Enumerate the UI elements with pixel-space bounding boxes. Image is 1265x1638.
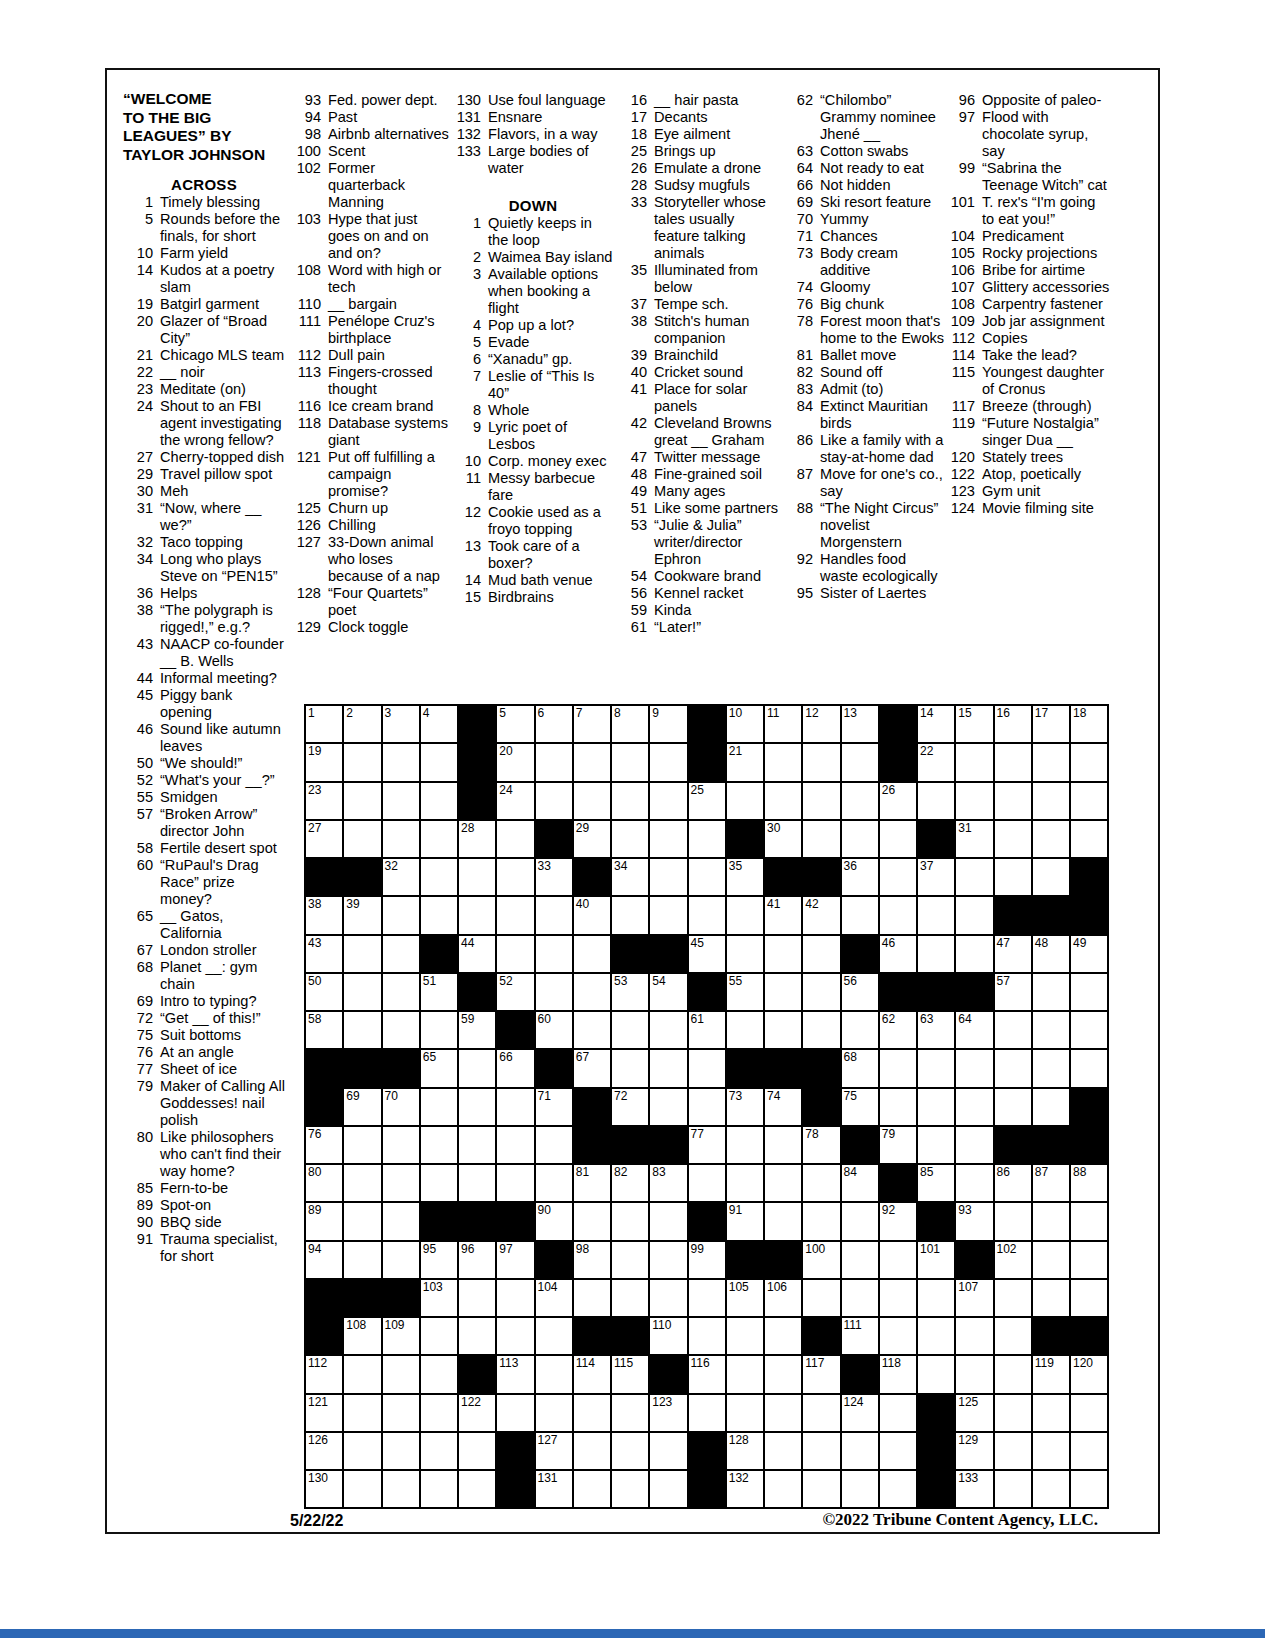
cell-r6c2[interactable]: 39 (343, 896, 381, 934)
cell-r7c18[interactable] (955, 935, 993, 973)
cell-r13c5[interactable] (458, 1164, 496, 1202)
cell-r15c1[interactable]: 94 (305, 1241, 343, 1279)
cell-r21c1[interactable]: 130 (305, 1470, 343, 1508)
cell-r5c10[interactable] (649, 858, 687, 896)
cell-r12c18[interactable] (955, 1126, 993, 1164)
cell-r17c6[interactable] (496, 1317, 534, 1355)
cell-r5c4[interactable] (420, 858, 458, 896)
cell-r19c16[interactable] (879, 1394, 917, 1432)
cell-r9c8[interactable] (573, 1011, 611, 1049)
cell-r4c3[interactable] (382, 820, 420, 858)
cell-r15c15[interactable] (841, 1241, 879, 1279)
cell-r15c14[interactable]: 100 (802, 1241, 840, 1279)
cell-r13c14[interactable] (802, 1164, 840, 1202)
cell-r12c12[interactable] (726, 1126, 764, 1164)
cell-r5c12[interactable]: 35 (726, 858, 764, 896)
cell-r19c5[interactable]: 122 (458, 1394, 496, 1432)
cell-r11c7[interactable]: 71 (535, 1088, 573, 1126)
cell-r5c20[interactable] (1032, 858, 1070, 896)
cell-r11c13[interactable]: 74 (764, 1088, 802, 1126)
cell-r13c8[interactable]: 81 (573, 1164, 611, 1202)
cell-r13c11[interactable] (688, 1164, 726, 1202)
cell-r15c3[interactable] (382, 1241, 420, 1279)
cell-r14c9[interactable] (611, 1202, 649, 1240)
cell-r9c1[interactable]: 58 (305, 1011, 343, 1049)
cell-r10c18[interactable] (955, 1049, 993, 1087)
cell-r17c12[interactable] (726, 1317, 764, 1355)
cell-r17c2[interactable]: 108 (343, 1317, 381, 1355)
cell-r2c1[interactable]: 19 (305, 743, 343, 781)
cell-r5c16[interactable] (879, 858, 917, 896)
cell-r5c6[interactable] (496, 858, 534, 896)
cell-r12c1[interactable]: 76 (305, 1126, 343, 1164)
cell-r21c3[interactable] (382, 1470, 420, 1508)
cell-r7c16[interactable]: 46 (879, 935, 917, 973)
cell-r20c10[interactable] (649, 1432, 687, 1470)
cell-r19c2[interactable] (343, 1394, 381, 1432)
cell-r2c14[interactable] (802, 743, 840, 781)
cell-r10c19[interactable] (994, 1049, 1032, 1087)
cell-r21c4[interactable] (420, 1470, 458, 1508)
cell-r2c19[interactable] (994, 743, 1032, 781)
cell-r15c16[interactable] (879, 1241, 917, 1279)
cell-r7c2[interactable] (343, 935, 381, 973)
cell-r19c18[interactable]: 125 (955, 1394, 993, 1432)
cell-r3c15[interactable] (841, 782, 879, 820)
cell-r8c21[interactable] (1070, 973, 1108, 1011)
cell-r20c3[interactable] (382, 1432, 420, 1470)
cell-r9c14[interactable] (802, 1011, 840, 1049)
cell-r16c13[interactable]: 106 (764, 1279, 802, 1317)
cell-r16c9[interactable] (611, 1279, 649, 1317)
cell-r8c10[interactable]: 54 (649, 973, 687, 1011)
cell-r5c9[interactable]: 34 (611, 858, 649, 896)
cell-r5c7[interactable]: 33 (535, 858, 573, 896)
cell-r14c19[interactable] (994, 1202, 1032, 1240)
cell-r17c19[interactable] (994, 1317, 1032, 1355)
cell-r13c4[interactable] (420, 1164, 458, 1202)
cell-r21c13[interactable] (764, 1470, 802, 1508)
cell-r2c15[interactable] (841, 743, 879, 781)
cell-r11c16[interactable] (879, 1088, 917, 1126)
cell-r8c20[interactable] (1032, 973, 1070, 1011)
cell-r1c4[interactable]: 4 (420, 705, 458, 743)
cell-r4c2[interactable] (343, 820, 381, 858)
cell-r3c20[interactable] (1032, 782, 1070, 820)
cell-r2c18[interactable] (955, 743, 993, 781)
cell-r19c11[interactable] (688, 1394, 726, 1432)
cell-r3c12[interactable] (726, 782, 764, 820)
cell-r4c9[interactable] (611, 820, 649, 858)
cell-r3c3[interactable] (382, 782, 420, 820)
cell-r9c16[interactable]: 62 (879, 1011, 917, 1049)
cell-r9c21[interactable] (1070, 1011, 1108, 1049)
cell-r20c1[interactable]: 126 (305, 1432, 343, 1470)
cell-r6c14[interactable]: 42 (802, 896, 840, 934)
cell-r6c18[interactable] (955, 896, 993, 934)
cell-r21c12[interactable]: 132 (726, 1470, 764, 1508)
cell-r15c20[interactable] (1032, 1241, 1070, 1279)
cell-r6c15[interactable] (841, 896, 879, 934)
cell-r1c3[interactable]: 3 (382, 705, 420, 743)
cell-r18c20[interactable]: 119 (1032, 1355, 1070, 1393)
cell-r13c13[interactable] (764, 1164, 802, 1202)
cell-r16c10[interactable] (649, 1279, 687, 1317)
cell-r1c1[interactable]: 1 (305, 705, 343, 743)
cell-r11c6[interactable] (496, 1088, 534, 1126)
cell-r14c16[interactable]: 92 (879, 1202, 917, 1240)
cell-r6c16[interactable] (879, 896, 917, 934)
cell-r18c9[interactable]: 115 (611, 1355, 649, 1393)
cell-r3c16[interactable]: 26 (879, 782, 917, 820)
cell-r6c3[interactable] (382, 896, 420, 934)
cell-r15c6[interactable]: 97 (496, 1241, 534, 1279)
cell-r11c15[interactable]: 75 (841, 1088, 879, 1126)
cell-r9c3[interactable] (382, 1011, 420, 1049)
cell-r3c19[interactable] (994, 782, 1032, 820)
cell-r1c18[interactable]: 15 (955, 705, 993, 743)
cell-r16c18[interactable]: 107 (955, 1279, 993, 1317)
cell-r16c19[interactable] (994, 1279, 1032, 1317)
cell-r7c5[interactable]: 44 (458, 935, 496, 973)
cell-r13c6[interactable] (496, 1164, 534, 1202)
cell-r1c2[interactable]: 2 (343, 705, 381, 743)
cell-r12c7[interactable] (535, 1126, 573, 1164)
cell-r6c17[interactable] (917, 896, 955, 934)
cell-r5c18[interactable] (955, 858, 993, 896)
cell-r18c11[interactable]: 116 (688, 1355, 726, 1393)
cell-r17c3[interactable]: 109 (382, 1317, 420, 1355)
cell-r21c14[interactable] (802, 1470, 840, 1508)
cell-r8c9[interactable]: 53 (611, 973, 649, 1011)
cell-r17c7[interactable] (535, 1317, 573, 1355)
cell-r8c12[interactable]: 55 (726, 973, 764, 1011)
cell-r13c19[interactable]: 86 (994, 1164, 1032, 1202)
cell-r2c12[interactable]: 21 (726, 743, 764, 781)
cell-r21c7[interactable]: 131 (535, 1470, 573, 1508)
cell-r9c20[interactable] (1032, 1011, 1070, 1049)
cell-r16c11[interactable] (688, 1279, 726, 1317)
cell-r19c12[interactable] (726, 1394, 764, 1432)
cell-r2c8[interactable] (573, 743, 611, 781)
cell-r3c11[interactable]: 25 (688, 782, 726, 820)
cell-r4c20[interactable] (1032, 820, 1070, 858)
cell-r6c4[interactable] (420, 896, 458, 934)
cell-r16c7[interactable]: 104 (535, 1279, 573, 1317)
cell-r20c8[interactable] (573, 1432, 611, 1470)
cell-r1c7[interactable]: 6 (535, 705, 573, 743)
cell-r7c8[interactable] (573, 935, 611, 973)
cell-r20c4[interactable] (420, 1432, 458, 1470)
cell-r13c9[interactable]: 82 (611, 1164, 649, 1202)
cell-r21c18[interactable]: 133 (955, 1470, 993, 1508)
cell-r13c7[interactable] (535, 1164, 573, 1202)
cell-r5c11[interactable] (688, 858, 726, 896)
cell-r6c9[interactable] (611, 896, 649, 934)
cell-r4c6[interactable] (496, 820, 534, 858)
cell-r10c8[interactable]: 67 (573, 1049, 611, 1087)
cell-r9c18[interactable]: 64 (955, 1011, 993, 1049)
cell-r12c3[interactable] (382, 1126, 420, 1164)
cell-r3c17[interactable] (917, 782, 955, 820)
cell-r8c15[interactable]: 56 (841, 973, 879, 1011)
cell-r5c5[interactable] (458, 858, 496, 896)
cell-r13c3[interactable] (382, 1164, 420, 1202)
cell-r17c10[interactable]: 110 (649, 1317, 687, 1355)
cell-r14c2[interactable] (343, 1202, 381, 1240)
cell-r14c15[interactable] (841, 1202, 879, 1240)
cell-r18c18[interactable] (955, 1355, 993, 1393)
cell-r18c3[interactable] (382, 1355, 420, 1393)
cell-r17c17[interactable] (917, 1317, 955, 1355)
cell-r16c16[interactable] (879, 1279, 917, 1317)
cell-r19c4[interactable] (420, 1394, 458, 1432)
cell-r9c13[interactable] (764, 1011, 802, 1049)
cell-r9c7[interactable]: 60 (535, 1011, 573, 1049)
cell-r4c18[interactable]: 31 (955, 820, 993, 858)
cell-r19c14[interactable] (802, 1394, 840, 1432)
cell-r2c3[interactable] (382, 743, 420, 781)
cell-r16c5[interactable] (458, 1279, 496, 1317)
cell-r13c10[interactable]: 83 (649, 1164, 687, 1202)
cell-r19c15[interactable]: 124 (841, 1394, 879, 1432)
cell-r4c10[interactable] (649, 820, 687, 858)
cell-r12c14[interactable]: 78 (802, 1126, 840, 1164)
cell-r10c17[interactable] (917, 1049, 955, 1087)
cell-r14c1[interactable]: 89 (305, 1202, 343, 1240)
cell-r2c10[interactable] (649, 743, 687, 781)
cell-r11c2[interactable]: 69 (343, 1088, 381, 1126)
cell-r6c8[interactable]: 40 (573, 896, 611, 934)
cell-r8c8[interactable] (573, 973, 611, 1011)
cell-r12c17[interactable] (917, 1126, 955, 1164)
cell-r18c7[interactable] (535, 1355, 573, 1393)
cell-r1c21[interactable]: 18 (1070, 705, 1108, 743)
cell-r8c7[interactable] (535, 973, 573, 1011)
cell-r19c9[interactable] (611, 1394, 649, 1432)
cell-r17c4[interactable] (420, 1317, 458, 1355)
cell-r14c14[interactable] (802, 1202, 840, 1240)
cell-r13c2[interactable] (343, 1164, 381, 1202)
cell-r17c15[interactable]: 111 (841, 1317, 879, 1355)
cell-r16c6[interactable] (496, 1279, 534, 1317)
cell-r16c8[interactable] (573, 1279, 611, 1317)
cell-r15c10[interactable] (649, 1241, 687, 1279)
cell-r12c13[interactable] (764, 1126, 802, 1164)
cell-r20c21[interactable] (1070, 1432, 1108, 1470)
cell-r10c9[interactable] (611, 1049, 649, 1087)
cell-r13c15[interactable]: 84 (841, 1164, 879, 1202)
cell-r6c7[interactable] (535, 896, 573, 934)
cell-r10c5[interactable] (458, 1049, 496, 1087)
cell-r4c14[interactable] (802, 820, 840, 858)
cell-r9c2[interactable] (343, 1011, 381, 1049)
cell-r21c9[interactable] (611, 1470, 649, 1508)
cell-r1c9[interactable]: 8 (611, 705, 649, 743)
cell-r3c14[interactable] (802, 782, 840, 820)
cell-r9c10[interactable] (649, 1011, 687, 1049)
cell-r20c16[interactable] (879, 1432, 917, 1470)
cell-r19c21[interactable] (1070, 1394, 1108, 1432)
cell-r15c9[interactable] (611, 1241, 649, 1279)
cell-r10c15[interactable]: 68 (841, 1049, 879, 1087)
cell-r5c15[interactable]: 36 (841, 858, 879, 896)
cell-r1c17[interactable]: 14 (917, 705, 955, 743)
cell-r19c6[interactable] (496, 1394, 534, 1432)
cell-r4c8[interactable]: 29 (573, 820, 611, 858)
cell-r5c3[interactable]: 32 (382, 858, 420, 896)
cell-r11c9[interactable]: 72 (611, 1088, 649, 1126)
cell-r10c21[interactable] (1070, 1049, 1108, 1087)
cell-r8c2[interactable] (343, 973, 381, 1011)
cell-r4c16[interactable] (879, 820, 917, 858)
cell-r19c8[interactable] (573, 1394, 611, 1432)
cell-r4c15[interactable] (841, 820, 879, 858)
cell-r4c5[interactable]: 28 (458, 820, 496, 858)
cell-r18c2[interactable] (343, 1355, 381, 1393)
cell-r18c13[interactable] (764, 1355, 802, 1393)
cell-r9c17[interactable]: 63 (917, 1011, 955, 1049)
cell-r3c21[interactable] (1070, 782, 1108, 820)
cell-r13c20[interactable]: 87 (1032, 1164, 1070, 1202)
cell-r9c19[interactable] (994, 1011, 1032, 1049)
cell-r2c21[interactable] (1070, 743, 1108, 781)
cell-r10c16[interactable] (879, 1049, 917, 1087)
cell-r4c19[interactable] (994, 820, 1032, 858)
cell-r4c13[interactable]: 30 (764, 820, 802, 858)
cell-r3c13[interactable] (764, 782, 802, 820)
cell-r12c16[interactable]: 79 (879, 1126, 917, 1164)
cell-r15c4[interactable]: 95 (420, 1241, 458, 1279)
cell-r21c16[interactable] (879, 1470, 917, 1508)
cell-r14c12[interactable]: 91 (726, 1202, 764, 1240)
cell-r13c18[interactable] (955, 1164, 993, 1202)
cell-r20c12[interactable]: 128 (726, 1432, 764, 1470)
cell-r4c4[interactable] (420, 820, 458, 858)
cell-r6c12[interactable] (726, 896, 764, 934)
cell-r10c6[interactable]: 66 (496, 1049, 534, 1087)
cell-r18c17[interactable] (917, 1355, 955, 1393)
cell-r14c18[interactable]: 93 (955, 1202, 993, 1240)
cell-r12c4[interactable] (420, 1126, 458, 1164)
cell-r20c19[interactable] (994, 1432, 1032, 1470)
cell-r18c6[interactable]: 113 (496, 1355, 534, 1393)
cell-r8c1[interactable]: 50 (305, 973, 343, 1011)
cell-r21c10[interactable] (649, 1470, 687, 1508)
cell-r9c4[interactable] (420, 1011, 458, 1049)
cell-r18c4[interactable] (420, 1355, 458, 1393)
cell-r7c6[interactable] (496, 935, 534, 973)
cell-r19c20[interactable] (1032, 1394, 1070, 1432)
cell-r11c17[interactable] (917, 1088, 955, 1126)
cell-r16c12[interactable]: 105 (726, 1279, 764, 1317)
cell-r13c17[interactable]: 85 (917, 1164, 955, 1202)
cell-r1c19[interactable]: 16 (994, 705, 1032, 743)
cell-r5c19[interactable] (994, 858, 1032, 896)
cell-r18c12[interactable] (726, 1355, 764, 1393)
cell-r11c3[interactable]: 70 (382, 1088, 420, 1126)
cell-r7c3[interactable] (382, 935, 420, 973)
cell-r17c18[interactable] (955, 1317, 993, 1355)
cell-r15c17[interactable]: 101 (917, 1241, 955, 1279)
cell-r18c19[interactable] (994, 1355, 1032, 1393)
cell-r19c19[interactable] (994, 1394, 1032, 1432)
cell-r2c7[interactable] (535, 743, 573, 781)
cell-r15c8[interactable]: 98 (573, 1241, 611, 1279)
cell-r7c11[interactable]: 45 (688, 935, 726, 973)
cell-r21c15[interactable] (841, 1470, 879, 1508)
cell-r20c5[interactable] (458, 1432, 496, 1470)
cell-r8c3[interactable] (382, 973, 420, 1011)
cell-r7c12[interactable] (726, 935, 764, 973)
cell-r18c21[interactable]: 120 (1070, 1355, 1108, 1393)
cell-r20c18[interactable]: 129 (955, 1432, 993, 1470)
cell-r19c3[interactable] (382, 1394, 420, 1432)
cell-r1c12[interactable]: 10 (726, 705, 764, 743)
cell-r13c21[interactable]: 88 (1070, 1164, 1108, 1202)
cell-r20c13[interactable] (764, 1432, 802, 1470)
cell-r12c11[interactable]: 77 (688, 1126, 726, 1164)
cell-r9c12[interactable] (726, 1011, 764, 1049)
cell-r17c16[interactable] (879, 1317, 917, 1355)
cell-r7c17[interactable] (917, 935, 955, 973)
cell-r3c4[interactable] (420, 782, 458, 820)
cell-r21c19[interactable] (994, 1470, 1032, 1508)
cell-r20c15[interactable] (841, 1432, 879, 1470)
cell-r3c10[interactable] (649, 782, 687, 820)
cell-r7c13[interactable] (764, 935, 802, 973)
cell-r2c9[interactable] (611, 743, 649, 781)
cell-r10c20[interactable] (1032, 1049, 1070, 1087)
cell-r1c15[interactable]: 13 (841, 705, 879, 743)
cell-r4c11[interactable] (688, 820, 726, 858)
cell-r2c2[interactable] (343, 743, 381, 781)
cell-r9c11[interactable]: 61 (688, 1011, 726, 1049)
cell-r15c21[interactable] (1070, 1241, 1108, 1279)
cell-r18c1[interactable]: 112 (305, 1355, 343, 1393)
cell-r20c20[interactable] (1032, 1432, 1070, 1470)
cell-r12c5[interactable] (458, 1126, 496, 1164)
cell-r8c14[interactable] (802, 973, 840, 1011)
cell-r6c11[interactable] (688, 896, 726, 934)
cell-r14c3[interactable] (382, 1202, 420, 1240)
cell-r1c14[interactable]: 12 (802, 705, 840, 743)
cell-r19c10[interactable]: 123 (649, 1394, 687, 1432)
cell-r18c8[interactable]: 114 (573, 1355, 611, 1393)
cell-r1c20[interactable]: 17 (1032, 705, 1070, 743)
cell-r17c13[interactable] (764, 1317, 802, 1355)
cell-r14c10[interactable] (649, 1202, 687, 1240)
cell-r4c21[interactable] (1070, 820, 1108, 858)
cell-r20c14[interactable] (802, 1432, 840, 1470)
cell-r21c5[interactable] (458, 1470, 496, 1508)
cell-r7c21[interactable]: 49 (1070, 935, 1108, 973)
cell-r7c20[interactable]: 48 (1032, 935, 1070, 973)
cell-r11c5[interactable] (458, 1088, 496, 1126)
cell-r10c11[interactable] (688, 1049, 726, 1087)
cell-r16c20[interactable] (1032, 1279, 1070, 1317)
cell-r2c13[interactable] (764, 743, 802, 781)
cell-r3c9[interactable] (611, 782, 649, 820)
cell-r10c10[interactable] (649, 1049, 687, 1087)
cell-r11c12[interactable]: 73 (726, 1088, 764, 1126)
cell-r3c18[interactable] (955, 782, 993, 820)
cell-r12c6[interactable] (496, 1126, 534, 1164)
cell-r3c8[interactable] (573, 782, 611, 820)
cell-r8c6[interactable]: 52 (496, 973, 534, 1011)
cell-r10c4[interactable]: 65 (420, 1049, 458, 1087)
cell-r13c1[interactable]: 80 (305, 1164, 343, 1202)
